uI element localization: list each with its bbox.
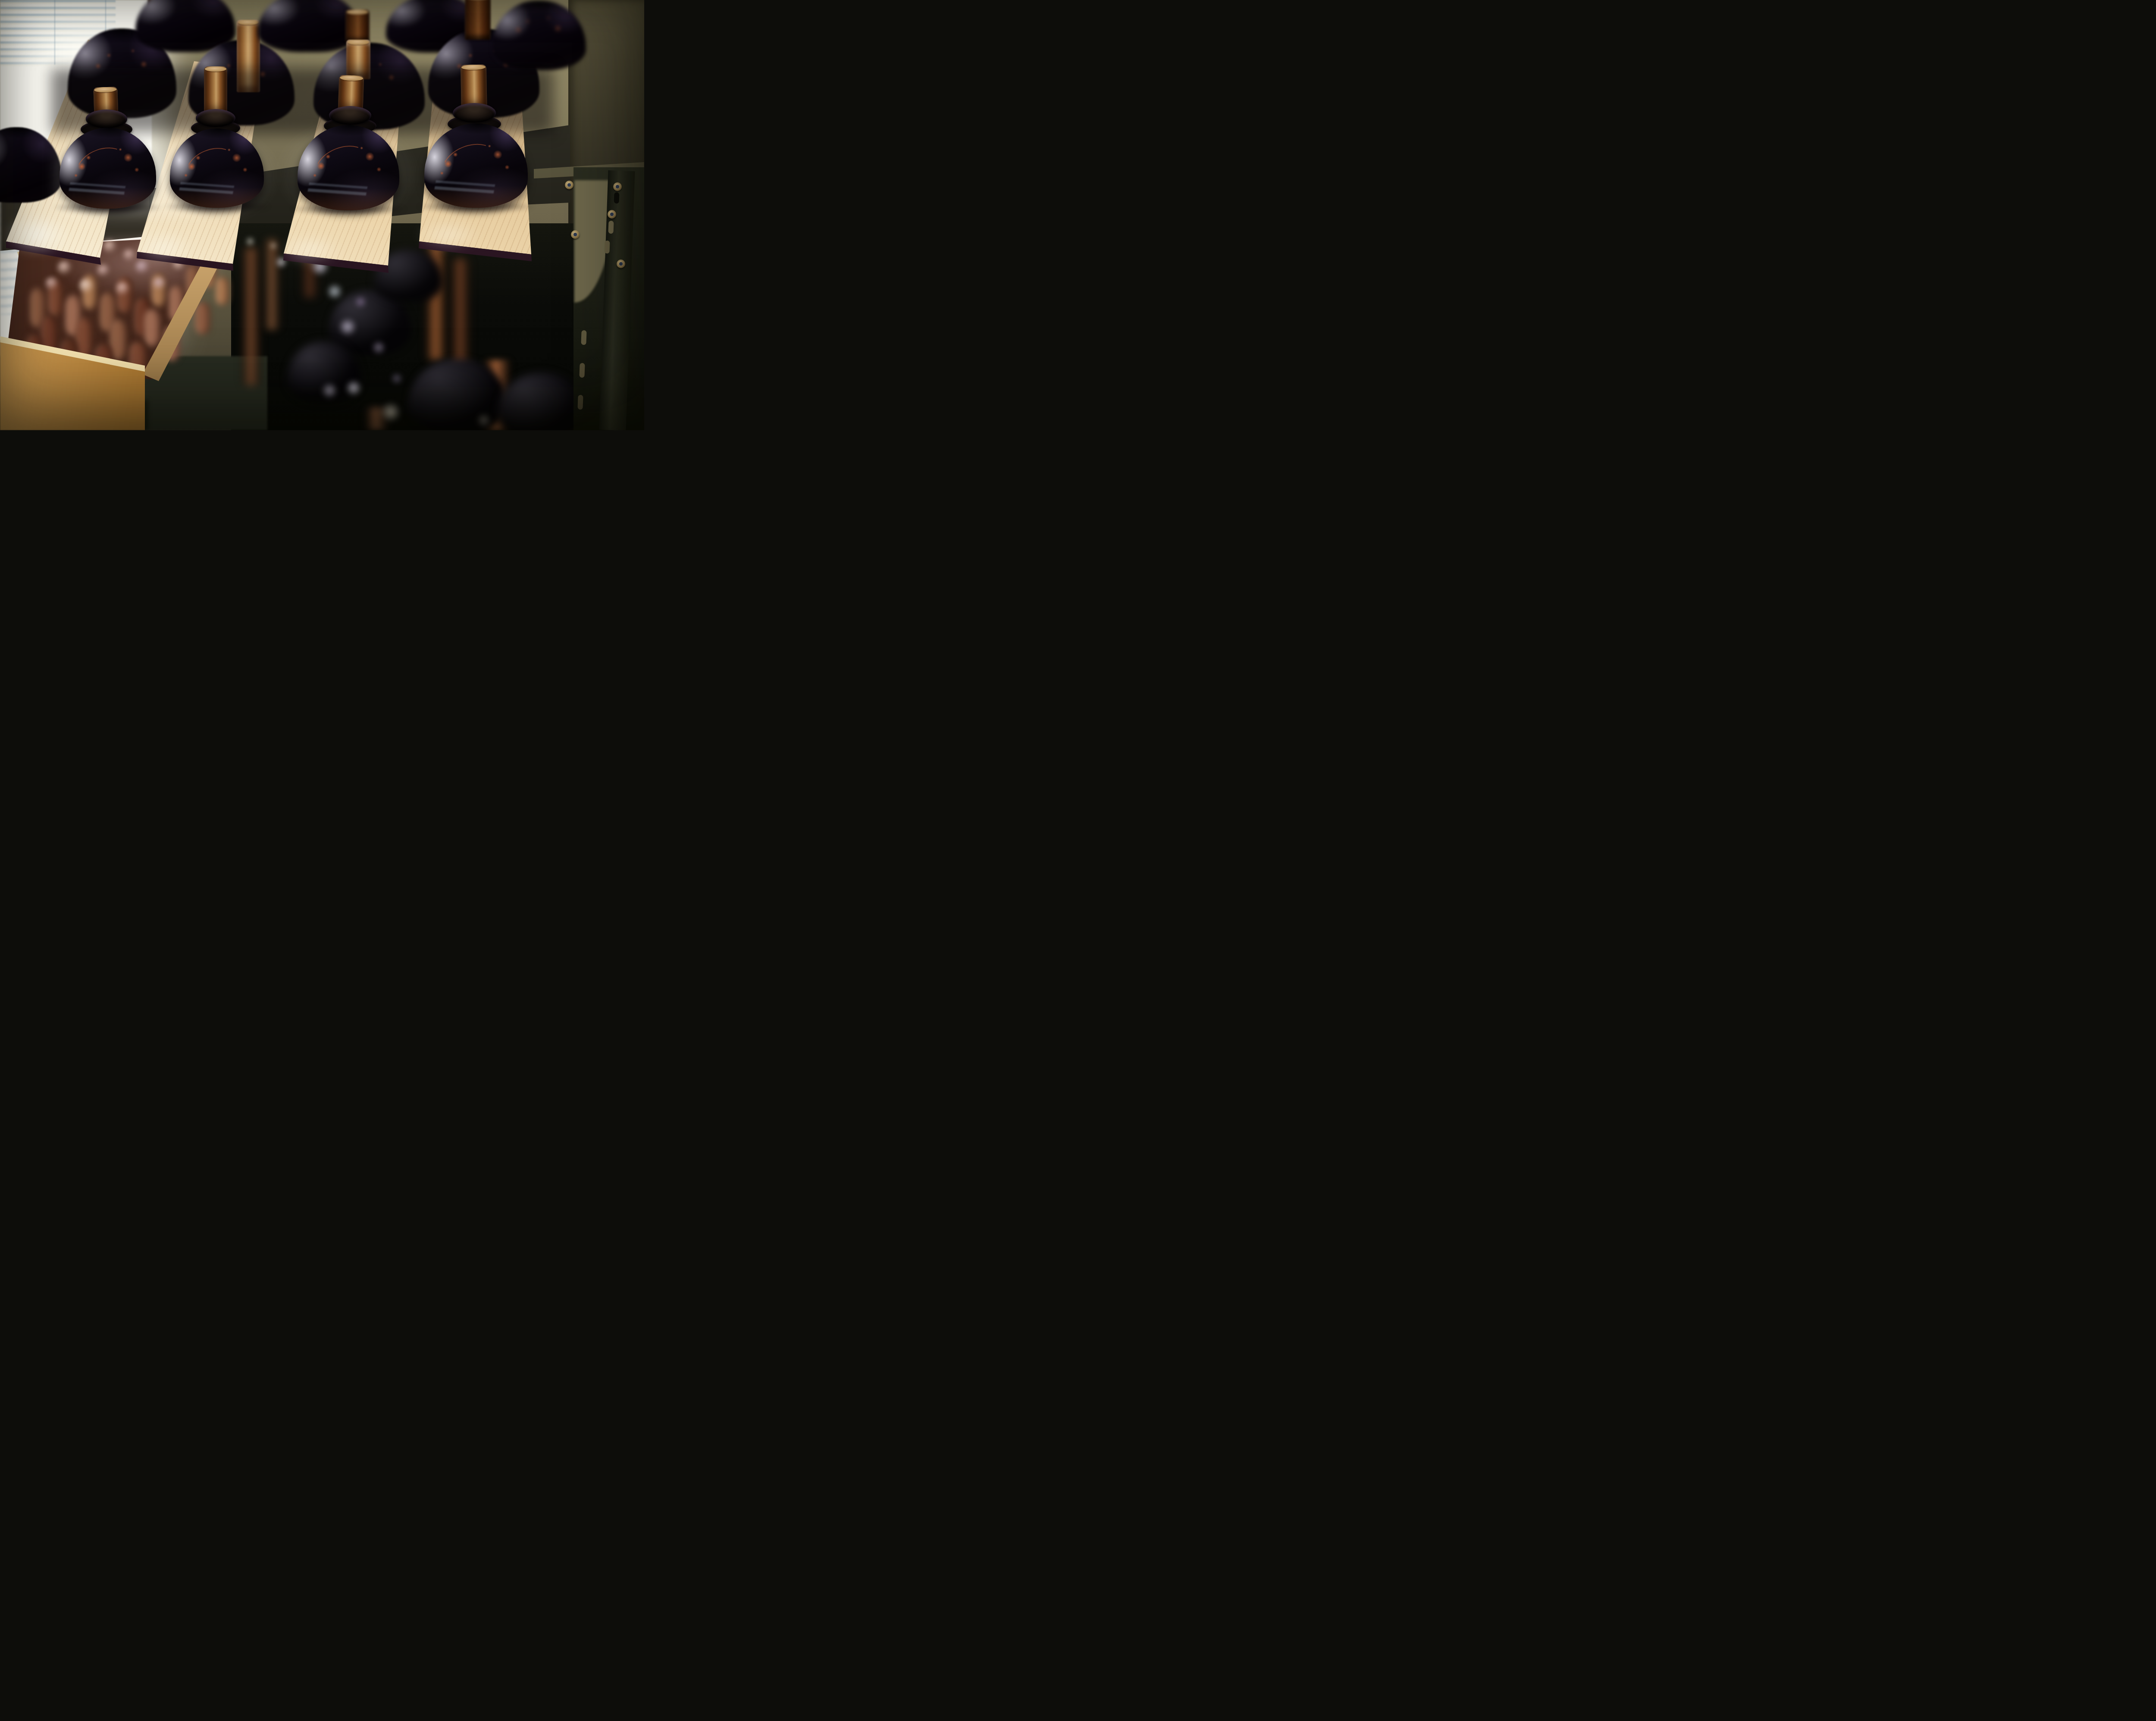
blurred-handle-streak [264,239,280,330]
shelf-bolt [608,210,616,219]
handle-top-face [347,9,368,15]
lacquered-bowl-on-stick [424,65,528,208]
collar-ring [453,103,496,123]
bokeh-highlight [354,295,367,308]
shelf-slot [614,192,620,203]
handle-top-highlight [97,264,110,277]
handle-top-highlight [116,282,130,296]
blurred-lacquered-bowl [258,0,360,52]
bolt-head [619,262,623,266]
collar-ring [196,109,235,127]
lacquer-workshop-photo [0,0,644,430]
handle-top-highlight [123,249,135,261]
bokeh-highlight [390,372,403,385]
lacquered-bowl-dome [424,123,528,208]
lacquered-bowl-on-stick [298,75,399,210]
shelf-slot [604,241,610,253]
handle-top-highlight [135,260,149,274]
handle-top-highlight [153,277,166,290]
blurred-handle-stick [465,0,491,40]
handle-top-face [461,65,485,70]
lacquered-bowl-dome [60,128,156,209]
bokeh-highlight [380,401,401,423]
shelf-bolt [565,181,573,189]
lacquered-bowl-on-stick [170,66,264,208]
shelf-slot [579,363,585,378]
board-tip-glare [280,235,341,265]
handle-top-face [238,20,259,25]
tray-handle-stick [216,277,229,305]
handle-top-highlight [103,240,117,253]
bokeh-highlight [321,382,338,399]
blind-cord [54,0,55,65]
bokeh-highlight [371,340,386,355]
shelf-bolt [613,182,622,191]
collar-ring [86,110,127,128]
board-tip-glare [136,233,192,263]
shelf-slot [581,330,586,345]
shelf-bolt [617,260,625,268]
bolt-head [573,233,577,236]
blurred-handle-streak [241,248,261,386]
shelf-bolt [571,230,580,239]
lacquered-bowl-dome [170,128,264,208]
bokeh-highlight [476,413,492,428]
tray-handle-stick [144,309,161,347]
bolt-head [610,213,614,216]
board-tip-glare [4,216,69,254]
handle-top-face [94,87,116,93]
bolt-head [567,183,571,187]
handle-top-face [348,40,369,45]
bokeh-highlight [326,283,343,300]
handle-top-face [340,75,363,81]
handle-top-highlight [57,261,72,275]
handle-top-highlight [45,277,58,290]
shelf-slot [577,395,583,410]
handle-top-face [205,66,226,72]
shelf-slot [608,221,614,234]
lacquered-bowl-on-stick [60,87,156,209]
bokeh-highlight [338,317,357,336]
blurred-handle-stick [345,9,370,42]
bolt-head [616,185,619,188]
collar-ring [329,106,371,125]
lacquered-bowl-dome [298,125,399,210]
bokeh-highlight [269,242,277,250]
handle-top-highlight [79,279,94,294]
bokeh-highlight [345,379,362,397]
bokeh-highlight [245,237,255,246]
